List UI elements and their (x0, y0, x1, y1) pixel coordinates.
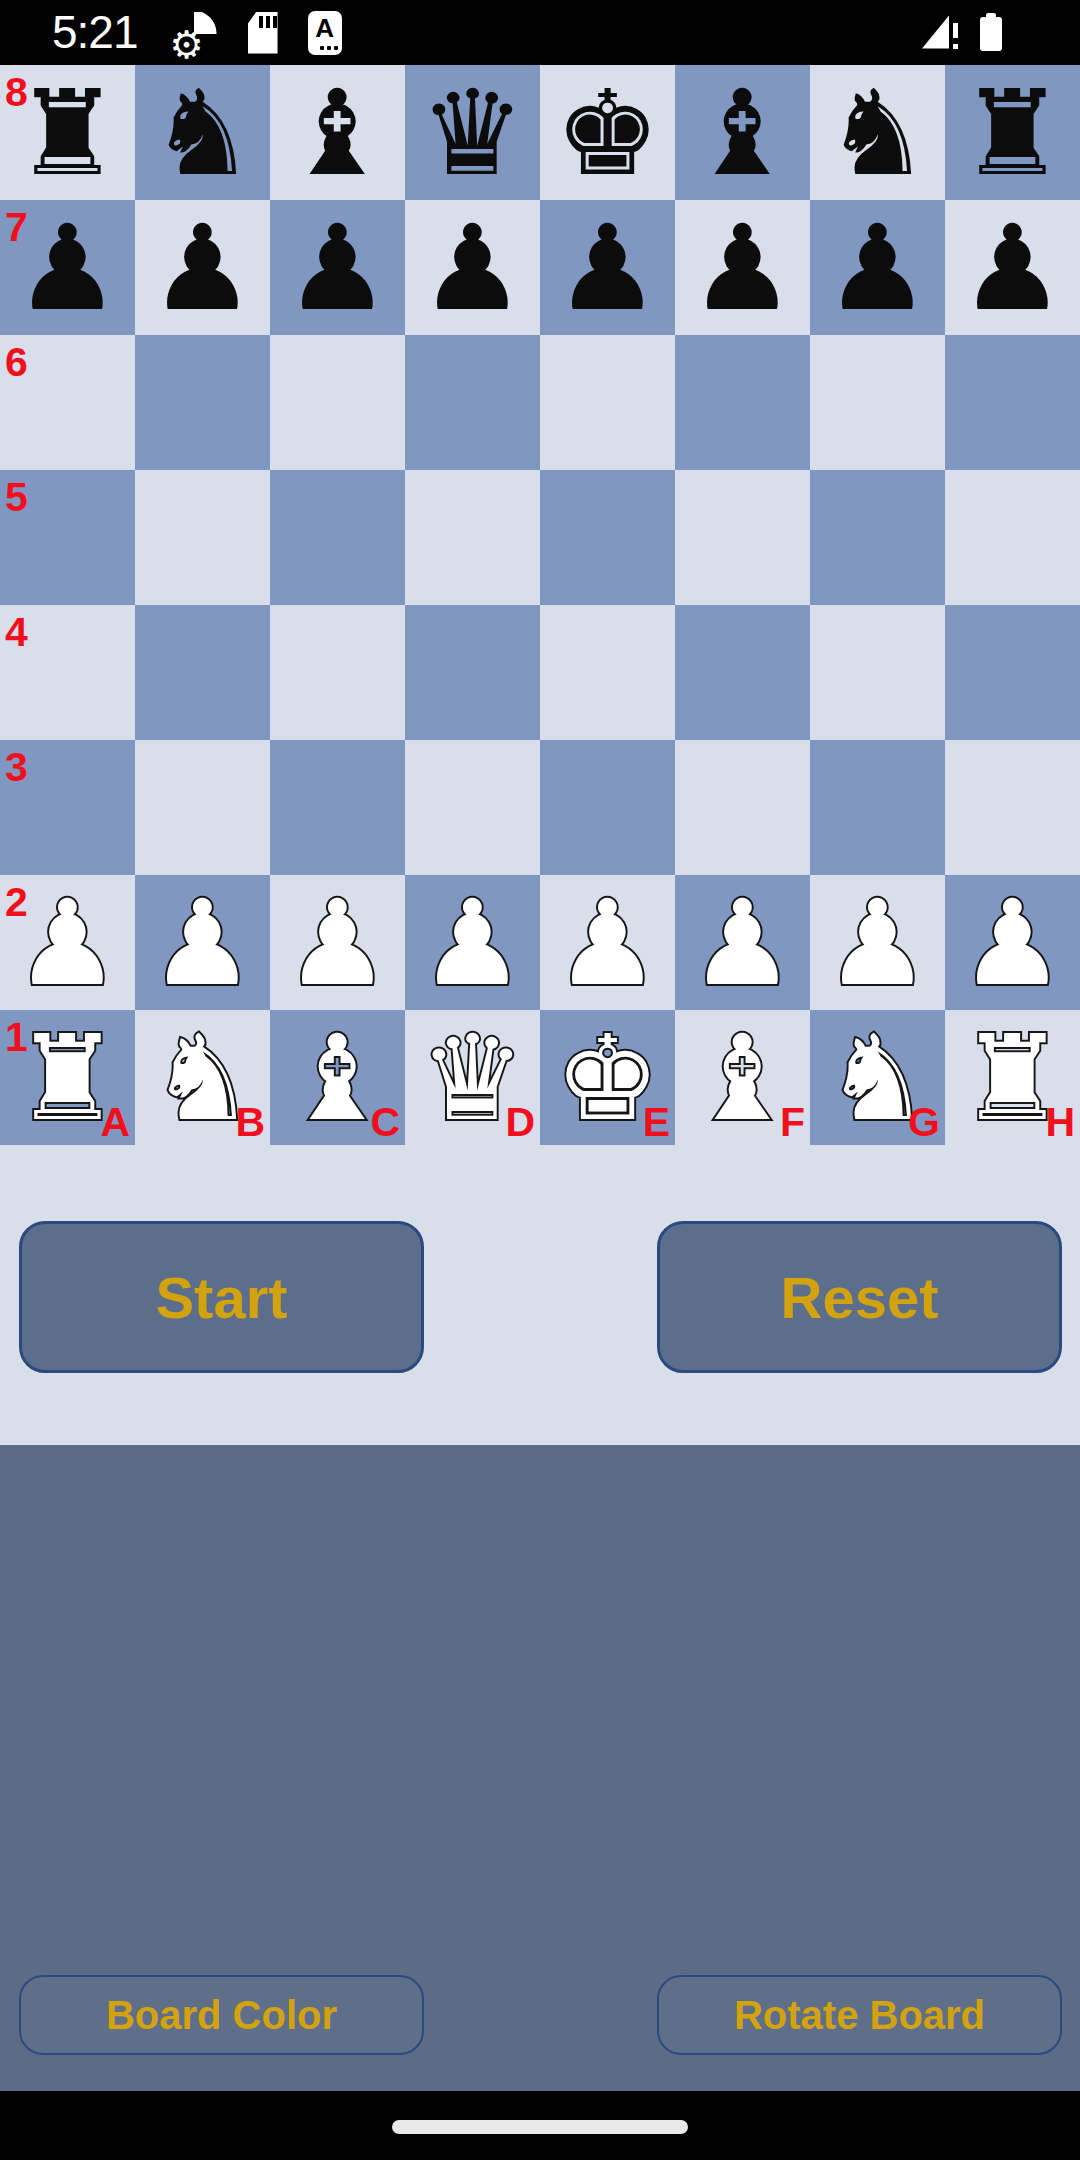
square-e3[interactable] (540, 740, 675, 875)
piece-white-pawn-g2: ♟ (810, 875, 945, 1010)
app-screen: 5:21 ⚙ A ♜8♞♝♛♚♝♞♜♟7♟♟♟♟♟♟♟6543♟2♟♟♟♟♟♟♟… (0, 0, 1080, 2160)
square-e4[interactable] (540, 605, 675, 740)
square-g4[interactable] (810, 605, 945, 740)
rank-label-3: 3 (5, 747, 28, 788)
square-g6[interactable] (810, 335, 945, 470)
rank-label-2: 2 (5, 882, 28, 923)
piece-white-pawn-b2: ♟ (135, 875, 270, 1010)
square-a4[interactable]: 4 (0, 605, 135, 740)
square-f8[interactable]: ♝ (675, 65, 810, 200)
piece-black-pawn-d7: ♟ (405, 200, 540, 335)
square-h7[interactable]: ♟ (945, 200, 1080, 335)
status-time: 5:21 (52, 0, 138, 65)
piece-black-king-e8: ♚ (540, 65, 675, 200)
chess-board: ♜8♞♝♛♚♝♞♜♟7♟♟♟♟♟♟♟6543♟2♟♟♟♟♟♟♟♜1A♞B♝C♛D… (0, 65, 1080, 1145)
rank-label-4: 4 (5, 612, 28, 653)
piece-white-pawn-c2: ♟ (270, 875, 405, 1010)
piece-black-queen-d8: ♛ (405, 65, 540, 200)
square-h6[interactable] (945, 335, 1080, 470)
square-b2[interactable]: ♟ (135, 875, 270, 1010)
cell-signal-alert-icon (922, 16, 958, 50)
status-right-icons (922, 0, 1002, 65)
square-b5[interactable] (135, 470, 270, 605)
square-g7[interactable]: ♟ (810, 200, 945, 335)
square-a5[interactable]: 5 (0, 470, 135, 605)
square-h3[interactable] (945, 740, 1080, 875)
piece-black-bishop-f8: ♝ (675, 65, 810, 200)
status-left-icons: ⚙ A (172, 8, 342, 58)
square-d6[interactable] (405, 335, 540, 470)
square-h4[interactable] (945, 605, 1080, 740)
square-g3[interactable] (810, 740, 945, 875)
square-h1[interactable]: ♜H (945, 1010, 1080, 1145)
piece-black-pawn-h7: ♟ (945, 200, 1080, 335)
rank-label-8: 8 (5, 72, 28, 113)
piece-black-pawn-b7: ♟ (135, 200, 270, 335)
controls-area: Start Reset (0, 1145, 1080, 1445)
square-b3[interactable] (135, 740, 270, 875)
piece-white-pawn-e2: ♟ (540, 875, 675, 1010)
square-c3[interactable] (270, 740, 405, 875)
file-label-g: G (908, 1102, 940, 1143)
rank-label-5: 5 (5, 477, 28, 518)
square-h8[interactable]: ♜ (945, 65, 1080, 200)
square-c6[interactable] (270, 335, 405, 470)
square-f6[interactable] (675, 335, 810, 470)
square-b6[interactable] (135, 335, 270, 470)
square-d1[interactable]: ♛D (405, 1010, 540, 1145)
piece-black-rook-h8: ♜ (945, 65, 1080, 200)
square-g1[interactable]: ♞G (810, 1010, 945, 1145)
keyboard-switch-icon: A (308, 11, 342, 55)
file-label-f: F (780, 1102, 805, 1143)
square-d8[interactable]: ♛ (405, 65, 540, 200)
rank-label-7: 7 (5, 207, 28, 248)
piece-white-pawn-h2: ♟ (945, 875, 1080, 1010)
square-g2[interactable]: ♟ (810, 875, 945, 1010)
square-d7[interactable]: ♟ (405, 200, 540, 335)
piece-black-pawn-c7: ♟ (270, 200, 405, 335)
square-e6[interactable] (540, 335, 675, 470)
square-a2[interactable]: ♟2 (0, 875, 135, 1010)
square-b8[interactable]: ♞ (135, 65, 270, 200)
square-c2[interactable]: ♟ (270, 875, 405, 1010)
piece-black-knight-g8: ♞ (810, 65, 945, 200)
square-e2[interactable]: ♟ (540, 875, 675, 1010)
piece-black-pawn-g7: ♟ (810, 200, 945, 335)
bottom-panel: Board Color Rotate Board (0, 1445, 1080, 2091)
file-label-h: H (1045, 1102, 1075, 1143)
square-c8[interactable]: ♝ (270, 65, 405, 200)
piece-black-pawn-e7: ♟ (540, 200, 675, 335)
square-e5[interactable] (540, 470, 675, 605)
square-c1[interactable]: ♝C (270, 1010, 405, 1145)
keyboard-letter: A (308, 13, 342, 43)
square-d4[interactable] (405, 605, 540, 740)
square-b1[interactable]: ♞B (135, 1010, 270, 1145)
status-bar: 5:21 ⚙ A (0, 0, 1080, 65)
square-e8[interactable]: ♚ (540, 65, 675, 200)
square-f1[interactable]: ♝F (675, 1010, 810, 1145)
square-h2[interactable]: ♟ (945, 875, 1080, 1010)
square-c7[interactable]: ♟ (270, 200, 405, 335)
square-d5[interactable] (405, 470, 540, 605)
square-b4[interactable] (135, 605, 270, 740)
square-a6[interactable]: 6 (0, 335, 135, 470)
navigation-bar (0, 2091, 1080, 2160)
sd-card-icon (248, 12, 278, 54)
square-c4[interactable] (270, 605, 405, 740)
square-e7[interactable]: ♟ (540, 200, 675, 335)
square-c5[interactable] (270, 470, 405, 605)
square-a7[interactable]: ♟7 (0, 200, 135, 335)
home-indicator[interactable] (392, 2120, 688, 2134)
square-a8[interactable]: ♜8 (0, 65, 135, 200)
piece-black-bishop-c8: ♝ (270, 65, 405, 200)
square-f4[interactable] (675, 605, 810, 740)
battery-icon (980, 13, 1002, 53)
square-g8[interactable]: ♞ (810, 65, 945, 200)
rank-label-1: 1 (5, 1017, 28, 1058)
square-b7[interactable]: ♟ (135, 200, 270, 335)
square-f2[interactable]: ♟ (675, 875, 810, 1010)
file-label-c: C (370, 1102, 400, 1143)
square-g5[interactable] (810, 470, 945, 605)
piece-white-pawn-f2: ♟ (675, 875, 810, 1010)
piece-white-pawn-d2: ♟ (405, 875, 540, 1010)
rank-label-6: 6 (5, 342, 28, 383)
reset-button[interactable]: Reset (657, 1221, 1062, 1373)
keyboard-dots (320, 46, 338, 50)
gear-icon: ⚙ (170, 26, 204, 64)
square-d3[interactable] (405, 740, 540, 875)
file-label-d: D (505, 1102, 535, 1143)
file-label-a: A (100, 1102, 130, 1143)
piece-black-pawn-f7: ♟ (675, 200, 810, 335)
square-f5[interactable] (675, 470, 810, 605)
file-label-b: B (235, 1102, 265, 1143)
rotate-board-button[interactable]: Rotate Board (657, 1975, 1062, 2055)
file-label-e: E (643, 1102, 670, 1143)
start-button[interactable]: Start (19, 1221, 424, 1373)
square-a1[interactable]: ♜1A (0, 1010, 135, 1145)
square-a3[interactable]: 3 (0, 740, 135, 875)
square-h5[interactable] (945, 470, 1080, 605)
square-f7[interactable]: ♟ (675, 200, 810, 335)
square-e1[interactable]: ♚E (540, 1010, 675, 1145)
board-color-button[interactable]: Board Color (19, 1975, 424, 2055)
square-f3[interactable] (675, 740, 810, 875)
settings-suggestion-icon: ⚙ (172, 8, 218, 58)
piece-black-knight-b8: ♞ (135, 65, 270, 200)
square-d2[interactable]: ♟ (405, 875, 540, 1010)
